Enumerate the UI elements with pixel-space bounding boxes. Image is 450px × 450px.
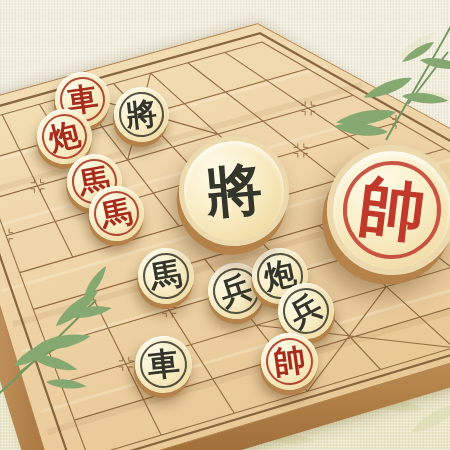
piece-black-general-large[interactable]: 將 [174,131,293,250]
piece-character: 馬 [148,258,184,294]
piece-black-general[interactable]: 將 [111,84,171,144]
piece-character: 將 [204,161,265,222]
piece-character: 炮 [45,117,82,154]
piece-character: 帥 [271,343,307,379]
piece-character: 帥 [355,173,429,247]
piece-character: 兵 [285,290,327,332]
pieces-layer: 車將炮馬馬馬兵炮兵帥車將帥 [0,0,450,450]
piece-black-horse[interactable]: 馬 [134,244,199,309]
piece-red-general-large[interactable]: 帥 [320,138,450,283]
piece-character: 將 [124,97,158,131]
piece-character: 兵 [216,271,256,311]
xiangqi-scene: 車將炮馬馬馬兵炮兵帥車將帥 [0,0,450,450]
piece-character: 車 [145,346,180,381]
piece-character: 馬 [98,195,135,232]
piece-black-chariot[interactable]: 車 [132,333,195,396]
